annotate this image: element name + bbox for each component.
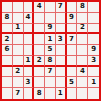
cell-r1c1-empty[interactable]	[2, 2, 13, 13]
cell-r4c4-empty[interactable]	[34, 34, 45, 45]
cell-r1c6-given: 7	[56, 2, 67, 13]
cell-r7c3-empty[interactable]	[24, 67, 35, 78]
cell-r4c9-empty[interactable]	[88, 34, 99, 45]
cell-r7c4-empty[interactable]	[34, 67, 45, 78]
cell-r4c6-given: 3	[56, 34, 67, 45]
cell-r7c2-given: 2	[13, 67, 24, 78]
cell-r4c1-given: 2	[2, 34, 13, 45]
cell-r8c8-empty[interactable]	[77, 77, 88, 88]
cell-r3c4-empty[interactable]	[34, 24, 45, 35]
cell-r3c3-empty[interactable]	[24, 24, 35, 35]
cell-r3c8-given: 2	[77, 24, 88, 35]
cell-r5c1-given: 6	[2, 45, 13, 56]
cell-r4c5-given: 1	[45, 34, 56, 45]
cell-r6c4-given: 2	[34, 56, 45, 67]
cell-r4c7-given: 7	[67, 34, 78, 45]
cell-r4c3-empty[interactable]	[24, 34, 35, 45]
cell-r2c7-given: 9	[67, 13, 78, 24]
cell-r8c7-given: 5	[67, 77, 78, 88]
cell-r3c9-empty[interactable]	[88, 24, 99, 35]
cell-r6c3-given: 1	[24, 56, 35, 67]
cell-r1c8-given: 8	[77, 2, 88, 13]
cell-r5c7-empty[interactable]	[67, 45, 78, 56]
cell-r8c6-empty[interactable]	[56, 77, 67, 88]
cell-r2c3-given: 4	[24, 13, 35, 24]
cell-r9c9-empty[interactable]	[88, 88, 99, 99]
cell-r9c4-given: 8	[34, 88, 45, 99]
cell-r2c1-given: 8	[2, 13, 13, 24]
cell-r8c2-empty[interactable]	[13, 77, 24, 88]
cell-r4c2-empty[interactable]	[13, 34, 24, 45]
cell-r6c8-empty[interactable]	[77, 56, 88, 67]
cell-r6c7-empty[interactable]	[67, 56, 78, 67]
cell-r1c7-empty[interactable]	[67, 2, 78, 13]
cell-r5c2-empty[interactable]	[13, 45, 24, 56]
cell-r1c9-empty[interactable]	[88, 2, 99, 13]
cell-r7c5-given: 7	[45, 67, 56, 78]
cell-r9c3-empty[interactable]	[24, 88, 35, 99]
cell-r2c5-empty[interactable]	[45, 13, 56, 24]
cell-r9c6-given: 1	[56, 88, 67, 99]
cell-r9c8-empty[interactable]	[77, 88, 88, 99]
cell-r7c9-empty[interactable]	[88, 67, 99, 78]
cell-r3c5-given: 9	[45, 24, 56, 35]
cell-r7c8-given: 4	[77, 67, 88, 78]
cell-r5c6-empty[interactable]	[56, 45, 67, 56]
cell-r5c3-empty[interactable]	[24, 45, 35, 56]
cell-r2c6-empty[interactable]	[56, 13, 67, 24]
cell-r3c2-given: 1	[13, 24, 24, 35]
cell-r3c7-empty[interactable]	[67, 24, 78, 35]
cell-r2c2-empty[interactable]	[13, 13, 24, 24]
cell-r8c9-given: 1	[88, 77, 99, 88]
cell-r9c2-given: 7	[13, 88, 24, 99]
cell-r6c2-empty[interactable]	[13, 56, 24, 67]
cell-r5c4-empty[interactable]	[34, 45, 45, 56]
cell-r8c4-empty[interactable]	[34, 77, 45, 88]
sudoku-board: 47884919221376591283274351781	[0, 0, 101, 101]
cell-r7c7-empty[interactable]	[67, 67, 78, 78]
cell-r5c9-given: 9	[88, 45, 99, 56]
cell-r1c5-empty[interactable]	[45, 2, 56, 13]
cell-r5c5-given: 5	[45, 45, 56, 56]
cell-r6c9-given: 3	[88, 56, 99, 67]
cell-r2c4-empty[interactable]	[34, 13, 45, 24]
cell-r5c8-empty[interactable]	[77, 45, 88, 56]
cell-r9c1-empty[interactable]	[2, 88, 13, 99]
cell-r6c5-given: 8	[45, 56, 56, 67]
cell-r6c1-empty[interactable]	[2, 56, 13, 67]
cell-r1c3-empty[interactable]	[24, 2, 35, 13]
cell-r8c1-empty[interactable]	[2, 77, 13, 88]
cell-r1c2-empty[interactable]	[13, 2, 24, 13]
cell-r3c6-empty[interactable]	[56, 24, 67, 35]
cell-r7c1-empty[interactable]	[2, 67, 13, 78]
cell-r8c5-empty[interactable]	[45, 77, 56, 88]
cell-r9c7-empty[interactable]	[67, 88, 78, 99]
cell-r6c6-empty[interactable]	[56, 56, 67, 67]
cell-r8c3-given: 3	[24, 77, 35, 88]
cell-r1c4-given: 4	[34, 2, 45, 13]
cell-r2c9-empty[interactable]	[88, 13, 99, 24]
cell-r4c8-empty[interactable]	[77, 34, 88, 45]
cell-r7c6-empty[interactable]	[56, 67, 67, 78]
cell-r9c5-empty[interactable]	[45, 88, 56, 99]
cell-r2c8-empty[interactable]	[77, 13, 88, 24]
cell-r3c1-empty[interactable]	[2, 24, 13, 35]
